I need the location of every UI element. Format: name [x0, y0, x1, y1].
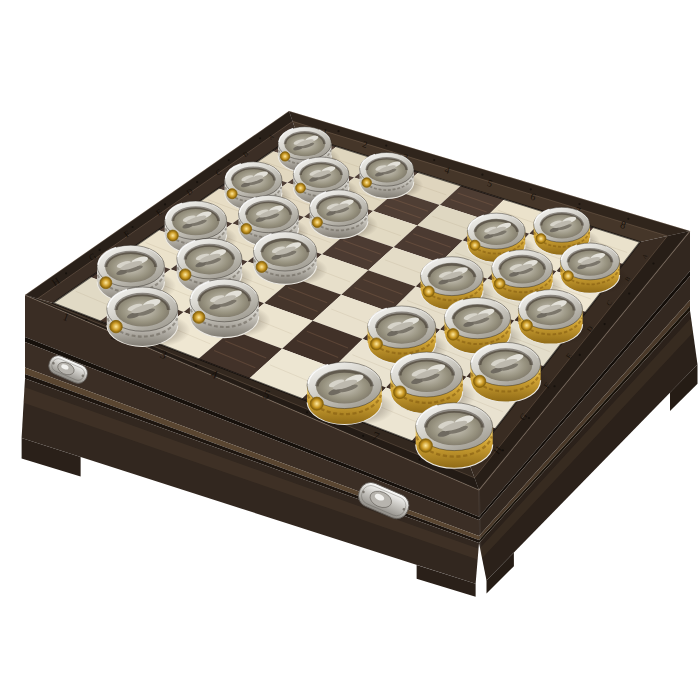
- frame-dot: [578, 203, 580, 205]
- checkers-board: AA11BB22CC33DD44EE55FF66GG77HH88: [0, 0, 700, 700]
- frame-dot: [433, 159, 435, 161]
- frame-dot: [250, 388, 252, 390]
- frame-dot: [627, 218, 629, 220]
- frame-dot: [337, 130, 339, 132]
- frame-dot: [528, 417, 530, 419]
- frame-dot: [553, 385, 555, 387]
- frame-dot: [228, 159, 230, 161]
- frame-dot: [306, 411, 308, 413]
- frame-dot: [385, 144, 387, 146]
- frame-dot: [195, 365, 197, 367]
- frame-dot: [362, 435, 364, 437]
- frame-dot: [419, 458, 421, 460]
- frame-dot: [604, 323, 606, 325]
- frame-dot: [85, 319, 87, 321]
- frame-dot: [98, 249, 100, 251]
- frame-dot: [131, 226, 133, 228]
- frame-dot: [481, 174, 483, 176]
- frame-dot: [579, 354, 581, 356]
- frame-dot: [196, 181, 198, 183]
- frame-dot: [530, 188, 532, 190]
- frame-dot: [164, 203, 166, 205]
- frame-dot: [259, 137, 261, 139]
- frame-dot: [628, 293, 630, 295]
- frame-dot: [65, 272, 67, 274]
- product-photo: AA11BB22CC33DD44EE55FF66GG77HH88: [0, 0, 700, 700]
- frame-dot: [652, 262, 654, 264]
